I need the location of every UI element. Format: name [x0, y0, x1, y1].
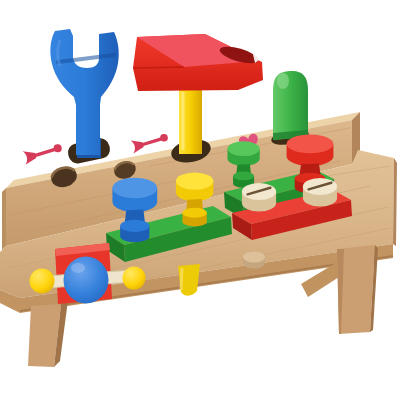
hammer-edge-line: [133, 67, 184, 68]
wrench-body: [50, 29, 118, 155]
vise-disc-highlight: [71, 263, 85, 273]
under-bench-wood-bolt: [243, 252, 265, 269]
vise-screw-disc: [64, 257, 109, 304]
wood-screw-2: [303, 178, 337, 207]
rail-left-end-face: [2, 188, 6, 250]
vise-knob-left: [30, 269, 55, 294]
left-leg: [28, 300, 68, 367]
yellow-peg-highlight: [181, 268, 182, 290]
vise-knob-right: [123, 267, 146, 290]
green-tool-handle: [273, 71, 308, 140]
wood-screw-1: [242, 183, 276, 212]
toy-workbench-photo: [0, 0, 400, 400]
painted-wrench-icon-1: [23, 143, 64, 165]
workbench-scene: [0, 0, 400, 400]
painted-wrench-icon-2: [131, 133, 170, 154]
handle-grip-highlight: [277, 73, 289, 89]
blue-wrench: [50, 29, 118, 158]
